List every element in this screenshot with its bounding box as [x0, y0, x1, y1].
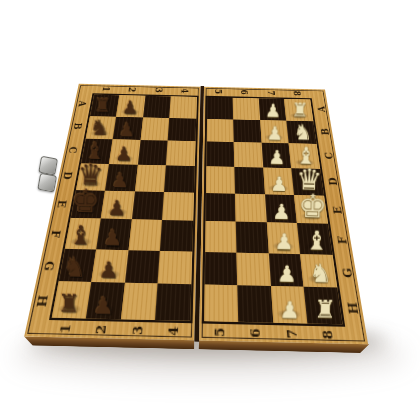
- square-C5: [206, 142, 234, 167]
- piece-black-pawn: ♟: [111, 170, 129, 190]
- square-C7: ♟: [261, 143, 291, 168]
- square-B1: ♞: [85, 116, 116, 140]
- square-G8: ♞: [300, 254, 337, 288]
- piece-white-pawn: ♟: [270, 173, 288, 193]
- square-B7: ♟: [260, 120, 289, 144]
- piece-white-knight: ♞: [308, 260, 332, 286]
- square-F6: [236, 222, 269, 253]
- square-E2: ♟: [101, 190, 135, 219]
- square-A3: [143, 96, 171, 118]
- piece-white-pawn: ♟: [277, 263, 298, 286]
- square-F5: [205, 221, 237, 252]
- piece-black-pawn: ♟: [121, 98, 138, 116]
- square-A1: ♜: [90, 95, 120, 117]
- piece-white-pawn: ♟: [274, 231, 294, 253]
- square-F4: [160, 220, 193, 251]
- piece-black-rook: ♜: [94, 97, 111, 116]
- square-H8: ♜: [304, 287, 342, 324]
- piece-black-pawn: ♟: [93, 294, 115, 318]
- clasp-lower-tab: [37, 173, 57, 193]
- piece-black-pawn: ♟: [98, 259, 119, 282]
- board-half-left: 12341234ABCDEFGH♜♟♞♟♝♟♛♟♚♟♝♟♞♟♜♟: [24, 84, 200, 340]
- piece-black-pawn: ♟: [118, 120, 135, 139]
- piece-white-rook: ♜: [291, 101, 308, 120]
- square-D7: ♟: [263, 168, 294, 195]
- square-B4: [168, 118, 196, 142]
- square-A4: [169, 96, 196, 118]
- square-D6: [234, 167, 264, 194]
- piece-white-bishop: ♝: [304, 227, 328, 253]
- square-G1: ♞: [58, 249, 96, 283]
- piece-white-pawn: ♟: [265, 101, 282, 119]
- square-H6: [237, 286, 272, 323]
- square-G5: [204, 252, 237, 286]
- square-F8: ♝: [297, 223, 332, 254]
- square-E6: [235, 193, 266, 222]
- square-A6: [233, 98, 260, 120]
- square-A8: ♜: [284, 99, 313, 121]
- piece-black-pawn: ♟: [115, 144, 133, 164]
- square-G7: ♟: [268, 253, 303, 287]
- square-E4: [162, 192, 193, 221]
- piece-black-rook: ♜: [58, 292, 81, 317]
- square-G6: [236, 252, 270, 286]
- square-C3: [137, 140, 167, 165]
- square-F1: ♝: [64, 218, 100, 249]
- square-B6: [233, 119, 261, 143]
- piece-white-pawn: ♟: [268, 148, 286, 168]
- piece-black-pawn: ♟: [107, 197, 126, 218]
- piece-white-pawn: ♟: [272, 201, 291, 222]
- piece-black-bishop: ♝: [69, 222, 93, 248]
- square-E7: ♟: [264, 194, 296, 223]
- square-E5: [205, 193, 236, 222]
- square-E8: ♚: [294, 195, 328, 224]
- square-H2: ♟: [86, 282, 125, 319]
- square-C2: ♟: [109, 139, 140, 164]
- square-C4: [166, 141, 195, 166]
- piece-white-pawn: ♟: [279, 298, 301, 322]
- square-B3: [140, 117, 169, 141]
- square-G4: [158, 251, 192, 285]
- piece-white-rook: ♜: [313, 298, 336, 323]
- piece-white-knight: ♞: [293, 121, 313, 143]
- piece-black-knight: ♞: [89, 117, 109, 139]
- square-H7: ♟: [270, 286, 307, 323]
- piece-black-knight: ♞: [63, 255, 87, 281]
- checker-grid-right: ♟♜♟♞♟♝♟♛♟♚♟♝♟♞♟♜: [201, 96, 344, 327]
- square-E3: [131, 191, 164, 220]
- chess-board: 12341234ABCDEFGH♜♟♞♟♝♟♛♟♚♟♝♟♞♟♜♟ 5678567…: [24, 84, 368, 344]
- square-D5: [205, 166, 234, 193]
- piece-black-pawn: ♟: [103, 227, 123, 249]
- piece-black-king: ♚: [71, 185, 101, 218]
- square-A7: ♟: [258, 98, 286, 120]
- square-A2: ♟: [116, 95, 145, 117]
- piece-white-pawn: ♟: [267, 124, 284, 143]
- square-H5: [204, 285, 239, 322]
- square-D4: [164, 165, 194, 192]
- square-F3: [128, 219, 162, 250]
- square-H1: ♜: [51, 282, 91, 319]
- piece-white-king: ♚: [298, 190, 328, 223]
- square-F7: ♟: [266, 222, 300, 253]
- square-B2: ♟: [113, 117, 143, 141]
- square-G3: [124, 250, 159, 284]
- square-D2: ♟: [105, 164, 137, 191]
- square-D3: [135, 165, 166, 192]
- product-photo-stage: 12341234ABCDEFGH♜♟♞♟♝♟♛♟♚♟♝♟♞♟♜♟ 5678567…: [0, 0, 420, 420]
- square-B8: ♞: [286, 120, 316, 144]
- square-B5: [206, 119, 233, 143]
- square-A5: [207, 97, 234, 119]
- square-C6: [234, 142, 263, 167]
- board-half-right: 56785678ABCDEFGH♟♜♟♞♟♝♟♛♟♚♟♝♟♞♟♜: [199, 87, 369, 345]
- square-G2: ♟: [91, 249, 128, 283]
- square-H4: [155, 284, 191, 321]
- checker-grid-left: ♜♟♞♟♝♟♛♟♚♟♝♟♞♟♜♟: [48, 93, 198, 323]
- square-H3: [120, 283, 157, 320]
- square-F2: ♟: [96, 219, 131, 250]
- square-E1: ♚: [70, 190, 105, 219]
